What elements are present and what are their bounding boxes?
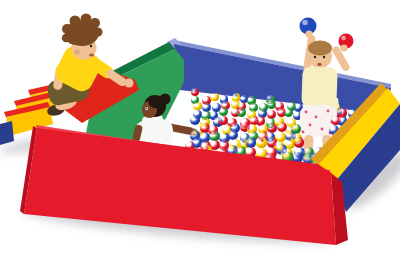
ball bbox=[190, 115, 200, 125]
boy-hand-right bbox=[125, 79, 134, 88]
boy-hair bbox=[62, 14, 103, 47]
boy-eye bbox=[90, 45, 92, 47]
boy-mouth bbox=[89, 54, 94, 57]
ball bbox=[256, 137, 267, 148]
ball-pit-scene bbox=[0, 0, 400, 270]
boy-ear bbox=[74, 49, 80, 55]
boy-figure bbox=[40, 8, 140, 118]
